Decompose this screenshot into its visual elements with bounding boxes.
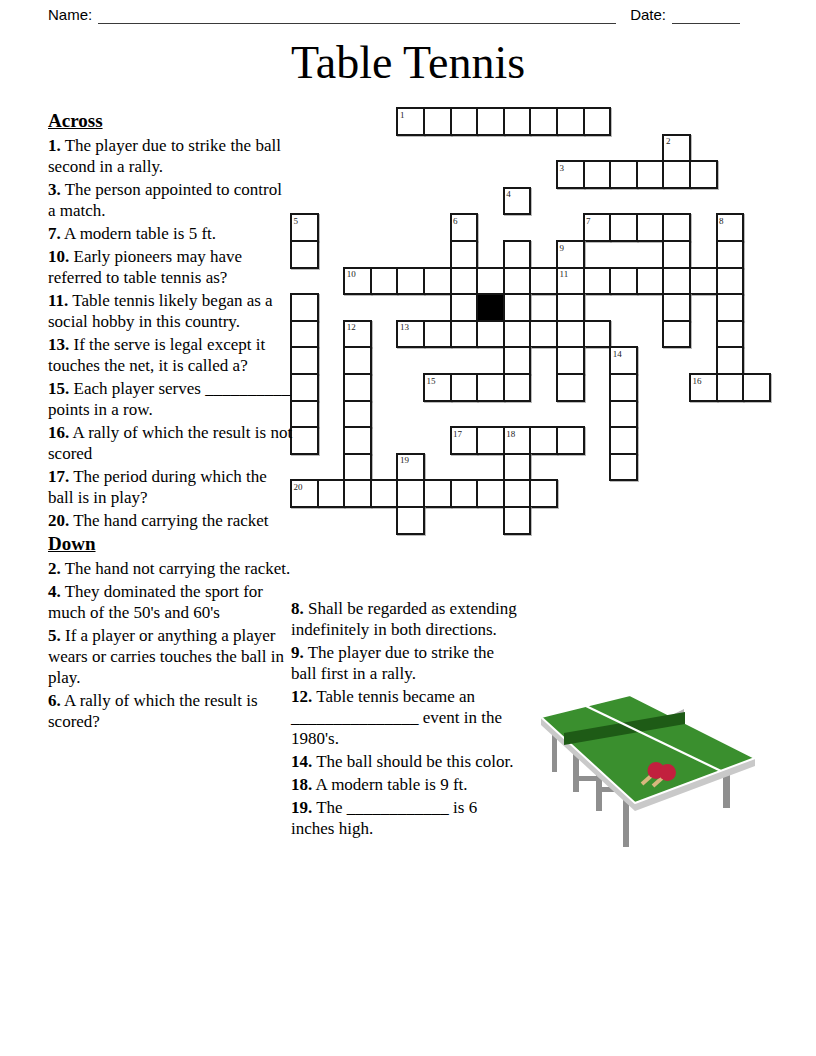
worksheet-header: Name: Date: xyxy=(48,6,740,24)
grid-cell[interactable] xyxy=(716,293,745,322)
cell-number: 15 xyxy=(427,376,436,386)
grid-cell[interactable] xyxy=(450,240,479,269)
grid-cell[interactable] xyxy=(556,426,585,455)
grid-cell[interactable] xyxy=(529,479,558,508)
grid-cell[interactable]: 14 xyxy=(609,346,638,375)
grid-cell[interactable] xyxy=(609,426,638,455)
cell-number: 20 xyxy=(294,482,303,492)
grid-cell[interactable] xyxy=(716,373,745,402)
clue: 15. Each player serves __________ points… xyxy=(48,378,293,420)
grid-cell[interactable] xyxy=(556,320,585,349)
grid-cell[interactable] xyxy=(583,160,612,189)
grid-cell[interactable]: 20 xyxy=(290,479,319,508)
cell-number: 16 xyxy=(693,376,702,386)
grid-cell[interactable] xyxy=(370,479,399,508)
grid-cell[interactable] xyxy=(290,400,319,429)
grid-cell[interactable] xyxy=(662,213,691,242)
grid-cell[interactable] xyxy=(503,240,532,269)
cell-number: 18 xyxy=(506,429,515,439)
grid-cell[interactable] xyxy=(503,346,532,375)
grid-cell[interactable] xyxy=(396,506,425,535)
grid-cell[interactable] xyxy=(662,240,691,269)
grid-cell[interactable] xyxy=(450,267,479,296)
grid-cell[interactable]: 7 xyxy=(583,213,612,242)
grid-cell[interactable] xyxy=(503,107,532,136)
date-blank-line[interactable] xyxy=(672,9,740,24)
grid-cell[interactable]: 2 xyxy=(662,134,691,163)
grid-cell[interactable] xyxy=(343,373,372,402)
grid-cell[interactable] xyxy=(583,107,612,136)
grid-cell[interactable] xyxy=(529,267,558,296)
name-blank-line[interactable] xyxy=(98,9,616,24)
cell-number: 12 xyxy=(347,322,356,332)
name-label: Name: xyxy=(48,6,92,24)
down-heading: Down xyxy=(48,533,293,554)
grid-cell[interactable]: 12 xyxy=(343,320,372,349)
grid-cell[interactable]: 6 xyxy=(450,213,479,242)
date-label: Date: xyxy=(630,6,666,24)
grid-cell[interactable] xyxy=(503,453,532,482)
grid-cell[interactable] xyxy=(317,479,346,508)
cell-number: 9 xyxy=(560,243,565,253)
across-clue-list: 1. The player due to strike the ball sec… xyxy=(48,135,293,531)
grid-cell[interactable]: 18 xyxy=(503,426,532,455)
grid-cell[interactable] xyxy=(343,426,372,455)
grid-cell[interactable] xyxy=(556,107,585,136)
clue: 3. The person appointed to control a mat… xyxy=(48,179,293,221)
grid-cell[interactable] xyxy=(476,426,505,455)
cell-number: 6 xyxy=(453,216,458,226)
grid-cell[interactable] xyxy=(450,293,479,322)
grid-cell[interactable] xyxy=(689,160,718,189)
grid-cell[interactable] xyxy=(476,320,505,349)
grid-cell[interactable]: 5 xyxy=(290,213,319,242)
grid-cell[interactable] xyxy=(290,240,319,269)
grid-cell[interactable] xyxy=(556,373,585,402)
grid-cell[interactable] xyxy=(343,400,372,429)
grid-cell[interactable] xyxy=(503,506,532,535)
grid-cell[interactable] xyxy=(529,320,558,349)
grid-cell[interactable] xyxy=(343,346,372,375)
clue: 14. The ball should be this color. xyxy=(291,751,519,772)
grid-cell[interactable]: 13 xyxy=(396,320,425,349)
table-tennis-illustration xyxy=(520,690,800,870)
clue-column-left: Across 1. The player due to strike the b… xyxy=(48,110,293,734)
grid-cell[interactable] xyxy=(503,293,532,322)
clue: 11. Table tennis likely began as a socia… xyxy=(48,290,293,332)
grid-cell[interactable] xyxy=(423,479,452,508)
grid-cell[interactable] xyxy=(662,267,691,296)
clue: 9. The player due to strike the ball fir… xyxy=(291,642,519,684)
grid-cell[interactable] xyxy=(290,320,319,349)
cell-number: 17 xyxy=(453,429,462,439)
grid-cell[interactable] xyxy=(556,293,585,322)
grid-cell[interactable] xyxy=(609,213,638,242)
grid-cell[interactable]: 9 xyxy=(556,240,585,269)
clue: 20. The hand carrying the racket xyxy=(48,510,293,531)
cell-number: 3 xyxy=(560,163,565,173)
cell-number: 11 xyxy=(560,269,569,279)
clue: 5. If a player or anything a player wear… xyxy=(48,625,293,688)
grid-cell[interactable] xyxy=(583,320,612,349)
grid-cell[interactable] xyxy=(662,160,691,189)
cell-number: 14 xyxy=(613,349,622,359)
grid-cell[interactable] xyxy=(476,479,505,508)
grid-cell[interactable] xyxy=(609,267,638,296)
cell-number: 2 xyxy=(666,136,671,146)
grid-cell[interactable] xyxy=(529,107,558,136)
grid-cell[interactable]: 16 xyxy=(689,373,718,402)
grid-cell[interactable]: 17 xyxy=(450,426,479,455)
grid-cell[interactable] xyxy=(742,373,771,402)
grid-cell[interactable] xyxy=(716,346,745,375)
grid-cell[interactable] xyxy=(450,373,479,402)
cell-number: 8 xyxy=(719,216,724,226)
cell-number: 13 xyxy=(400,322,409,332)
grid-cell[interactable] xyxy=(423,320,452,349)
grid-cell[interactable]: 11 xyxy=(556,267,585,296)
grid-cell[interactable] xyxy=(423,107,452,136)
grid-cell[interactable] xyxy=(290,346,319,375)
grid-cell[interactable]: 15 xyxy=(423,373,452,402)
grid-cell[interactable] xyxy=(343,479,372,508)
clue: 17. The period during which the ball is … xyxy=(48,466,293,508)
grid-cell[interactable] xyxy=(689,267,718,296)
clue: 10. Early pioneers may have referred to … xyxy=(48,246,293,288)
grid-cell[interactable] xyxy=(290,293,319,322)
down-clue-list-right: 8. Shall be regarded as extending indefi… xyxy=(291,598,519,839)
clue: 19. The ____________ is 6 inches high. xyxy=(291,797,519,839)
clue-column-right: 8. Shall be regarded as extending indefi… xyxy=(291,598,519,841)
grid-cell[interactable] xyxy=(503,267,532,296)
grid-cell[interactable] xyxy=(609,453,638,482)
grid-cell[interactable] xyxy=(450,107,479,136)
grid-cell[interactable] xyxy=(503,320,532,349)
clue: 7. A modern table is 5 ft. xyxy=(48,223,293,244)
grid-cell[interactable]: 4 xyxy=(503,187,532,216)
crossword-grid[interactable]: 1234567891011121314151617181920 xyxy=(291,108,772,536)
cell-number: 5 xyxy=(294,216,299,226)
clue: 1. The player due to strike the ball sec… xyxy=(48,135,293,177)
grid-cell[interactable]: 19 xyxy=(396,453,425,482)
grid-cell[interactable] xyxy=(636,267,665,296)
grid-cell[interactable] xyxy=(609,160,638,189)
grid-cell[interactable] xyxy=(716,320,745,349)
grid-cell[interactable] xyxy=(716,267,745,296)
grid-cell[interactable]: 10 xyxy=(343,267,372,296)
clue: 13. If the serve is legal except it touc… xyxy=(48,334,293,376)
black-cell xyxy=(476,293,505,322)
grid-cell[interactable] xyxy=(662,293,691,322)
grid-cell[interactable] xyxy=(396,479,425,508)
grid-cell[interactable]: 3 xyxy=(556,160,585,189)
grid-cell[interactable] xyxy=(450,479,479,508)
grid-cell[interactable] xyxy=(476,267,505,296)
clue: 18. A modern table is 9 ft. xyxy=(291,774,519,795)
grid-cell[interactable]: 8 xyxy=(716,213,745,242)
grid-cell[interactable] xyxy=(423,267,452,296)
grid-cell[interactable] xyxy=(609,400,638,429)
grid-cell[interactable] xyxy=(583,267,612,296)
puzzle-title: Table Tennis xyxy=(0,36,816,89)
cell-number: 1 xyxy=(400,110,405,120)
clue: 4. They dominated the sport for much of … xyxy=(48,581,293,623)
grid-cell[interactable] xyxy=(636,213,665,242)
grid-cell[interactable] xyxy=(503,373,532,402)
grid-cell[interactable] xyxy=(476,107,505,136)
clue: 2. The hand not carrying the racket. xyxy=(48,558,293,579)
grid-cell[interactable]: 1 xyxy=(396,107,425,136)
across-heading: Across xyxy=(48,110,293,131)
grid-cell[interactable] xyxy=(529,426,558,455)
grid-cell[interactable] xyxy=(662,320,691,349)
cell-number: 10 xyxy=(347,269,356,279)
cell-number: 7 xyxy=(586,216,591,226)
clue: 6. A rally of which the result is scored… xyxy=(48,690,293,732)
grid-cell[interactable] xyxy=(450,320,479,349)
down-clue-list-left: 2. The hand not carrying the racket.4. T… xyxy=(48,558,293,732)
grid-cell[interactable] xyxy=(636,160,665,189)
clue: 12. Table tennis became an _____________… xyxy=(291,686,519,749)
grid-cell[interactable] xyxy=(343,453,372,482)
cell-number: 4 xyxy=(506,189,511,199)
grid-cell[interactable] xyxy=(503,479,532,508)
grid-cell[interactable] xyxy=(556,346,585,375)
grid-cell[interactable] xyxy=(290,373,319,402)
cell-number: 19 xyxy=(400,455,409,465)
clue: 16. A rally of which the result is not s… xyxy=(48,422,293,464)
grid-cell[interactable] xyxy=(609,373,638,402)
grid-cell[interactable] xyxy=(370,267,399,296)
grid-cell[interactable] xyxy=(290,426,319,455)
clue: 8. Shall be regarded as extending indefi… xyxy=(291,598,519,640)
grid-cell[interactable] xyxy=(476,373,505,402)
grid-cell[interactable] xyxy=(716,240,745,269)
grid-cell[interactable] xyxy=(396,267,425,296)
